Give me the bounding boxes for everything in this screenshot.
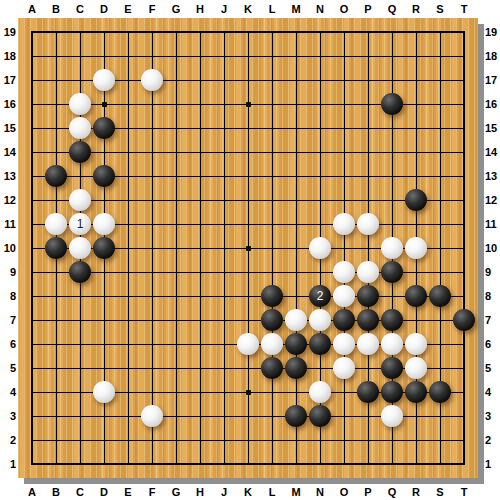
coord-label-left-13: 13 [0,170,16,182]
stone-white[interactable] [405,357,427,379]
coord-label-left-5: 5 [0,362,16,374]
stone-black[interactable] [45,165,67,187]
stone-white[interactable] [309,381,331,403]
coord-label-right-16: 16 [485,98,500,110]
coord-label-left-15: 15 [0,122,16,134]
coord-label-bottom-T: T [454,486,474,498]
coord-label-top-R: R [406,3,426,15]
stone-black[interactable] [261,309,283,331]
stone-black[interactable] [69,261,91,283]
coord-label-bottom-M: M [286,486,306,498]
grid-line [344,32,345,465]
coord-label-left-17: 17 [0,74,16,86]
stone-black[interactable] [333,309,355,331]
coord-label-right-4: 4 [485,386,500,398]
coord-label-right-19: 19 [485,26,500,38]
star-point [246,246,251,251]
coord-label-bottom-L: L [262,486,282,498]
star-point [246,102,251,107]
coord-label-top-S: S [430,3,450,15]
stone-black[interactable] [69,141,91,163]
coord-label-right-8: 8 [485,290,500,302]
coord-label-left-19: 19 [0,26,16,38]
coord-label-bottom-Q: Q [382,486,402,498]
coord-label-top-D: D [94,3,114,15]
stone-black[interactable] [381,93,403,115]
stone-white[interactable] [357,261,379,283]
stone-white[interactable] [261,333,283,355]
stone-white[interactable] [333,333,355,355]
coord-label-bottom-B: B [46,486,66,498]
coord-label-top-N: N [310,3,330,15]
coord-label-bottom-H: H [190,486,210,498]
stone-black[interactable] [405,189,427,211]
coord-label-top-M: M [286,3,306,15]
coord-label-bottom-S: S [430,486,450,498]
coord-label-bottom-N: N [310,486,330,498]
coord-label-bottom-A: A [22,486,42,498]
coord-label-right-7: 7 [485,314,500,326]
stone-white[interactable] [405,333,427,355]
coord-label-top-J: J [214,3,234,15]
stone-black[interactable] [285,405,307,427]
stone-white[interactable] [93,69,115,91]
coord-label-right-2: 2 [485,434,500,446]
stone-white[interactable] [333,357,355,379]
coord-label-bottom-E: E [118,486,138,498]
coord-label-left-6: 6 [0,338,16,350]
coord-label-left-16: 16 [0,98,16,110]
stone-white[interactable] [405,237,427,259]
coord-label-right-12: 12 [485,194,500,206]
coord-label-left-2: 2 [0,434,16,446]
coord-label-right-6: 6 [485,338,500,350]
stone-black[interactable] [93,237,115,259]
stone-white[interactable] [309,309,331,331]
stone-white[interactable]: 1 [69,213,91,235]
grid-line [272,32,273,465]
coord-label-left-11: 11 [0,218,16,230]
stone-white[interactable] [381,237,403,259]
stone-white[interactable] [141,405,163,427]
stone-black[interactable] [357,285,379,307]
coord-label-bottom-G: G [166,486,186,498]
coord-label-bottom-C: C [70,486,90,498]
coord-label-top-Q: Q [382,3,402,15]
coord-label-right-11: 11 [485,218,500,230]
coord-label-left-14: 14 [0,146,16,158]
coord-label-left-9: 9 [0,266,16,278]
coord-label-top-A: A [22,3,42,15]
stone-white[interactable] [333,285,355,307]
stone-white[interactable] [93,213,115,235]
stone-black[interactable] [93,117,115,139]
stone-white[interactable] [93,381,115,403]
stone-black[interactable] [261,285,283,307]
coord-label-bottom-F: F [142,486,162,498]
stone-white[interactable] [381,333,403,355]
stone-white[interactable] [381,405,403,427]
move-number-label: 1 [77,218,84,230]
coord-label-right-14: 14 [485,146,500,158]
stone-black[interactable]: 2 [309,285,331,307]
stone-white[interactable] [69,237,91,259]
stone-black[interactable] [405,381,427,403]
stone-black[interactable] [285,357,307,379]
coord-label-left-1: 1 [0,458,16,470]
stone-white[interactable] [357,333,379,355]
coord-label-right-18: 18 [485,50,500,62]
coord-label-bottom-D: D [94,486,114,498]
stone-black[interactable] [93,165,115,187]
stone-black[interactable] [453,309,475,331]
star-point [246,390,251,395]
coord-label-top-E: E [118,3,138,15]
star-point [102,102,107,107]
coord-label-top-H: H [190,3,210,15]
coord-label-right-5: 5 [485,362,500,374]
coord-label-left-7: 7 [0,314,16,326]
coord-label-top-P: P [358,3,378,15]
coord-label-right-9: 9 [485,266,500,278]
stone-black[interactable] [381,381,403,403]
coord-label-right-3: 3 [485,410,500,422]
stone-black[interactable] [261,357,283,379]
stone-white[interactable] [357,213,379,235]
stone-black[interactable] [357,309,379,331]
stone-white[interactable] [45,213,67,235]
coord-label-bottom-O: O [334,486,354,498]
coord-label-bottom-J: J [214,486,234,498]
stone-white[interactable] [69,189,91,211]
stone-white[interactable] [309,237,331,259]
coord-label-left-8: 8 [0,290,16,302]
stone-black[interactable] [381,309,403,331]
page: 12 AABBCCDDEEFFGGHHJJKKLLMMNNOOPPQQRRSST… [0,0,500,500]
stone-black[interactable] [309,405,331,427]
coord-label-left-18: 18 [0,50,16,62]
stone-white[interactable] [285,309,307,331]
coord-label-right-1: 1 [485,458,500,470]
stone-black[interactable] [429,285,451,307]
coord-label-bottom-P: P [358,486,378,498]
coord-label-left-4: 4 [0,386,16,398]
coord-label-top-C: C [70,3,90,15]
coord-label-top-G: G [166,3,186,15]
coord-label-top-O: O [334,3,354,15]
stone-white[interactable] [333,213,355,235]
coord-label-top-K: K [238,3,258,15]
stone-black[interactable] [285,333,307,355]
stone-white[interactable] [333,261,355,283]
stone-white[interactable] [237,333,259,355]
grid-line [32,296,465,297]
coord-label-top-F: F [142,3,162,15]
stone-black[interactable] [429,381,451,403]
move-number-label: 2 [317,290,324,302]
coord-label-bottom-R: R [406,486,426,498]
stone-black[interactable] [357,381,379,403]
coord-label-right-10: 10 [485,242,500,254]
stone-black[interactable] [381,357,403,379]
coord-label-bottom-K: K [238,486,258,498]
coord-label-top-T: T [454,3,474,15]
coord-label-left-12: 12 [0,194,16,206]
coord-label-right-17: 17 [485,74,500,86]
coord-label-top-L: L [262,3,282,15]
stone-white[interactable] [69,117,91,139]
coord-label-right-13: 13 [485,170,500,182]
coord-label-right-15: 15 [485,122,500,134]
coord-label-left-3: 3 [0,410,16,422]
grid-line [32,440,465,441]
stone-black[interactable] [309,333,331,355]
stone-white[interactable] [69,93,91,115]
coord-label-left-10: 10 [0,242,16,254]
grid-line [296,32,297,465]
coord-label-top-B: B [46,3,66,15]
stone-white[interactable] [141,69,163,91]
stone-black[interactable] [381,261,403,283]
stone-black[interactable] [405,285,427,307]
stone-black[interactable] [45,237,67,259]
